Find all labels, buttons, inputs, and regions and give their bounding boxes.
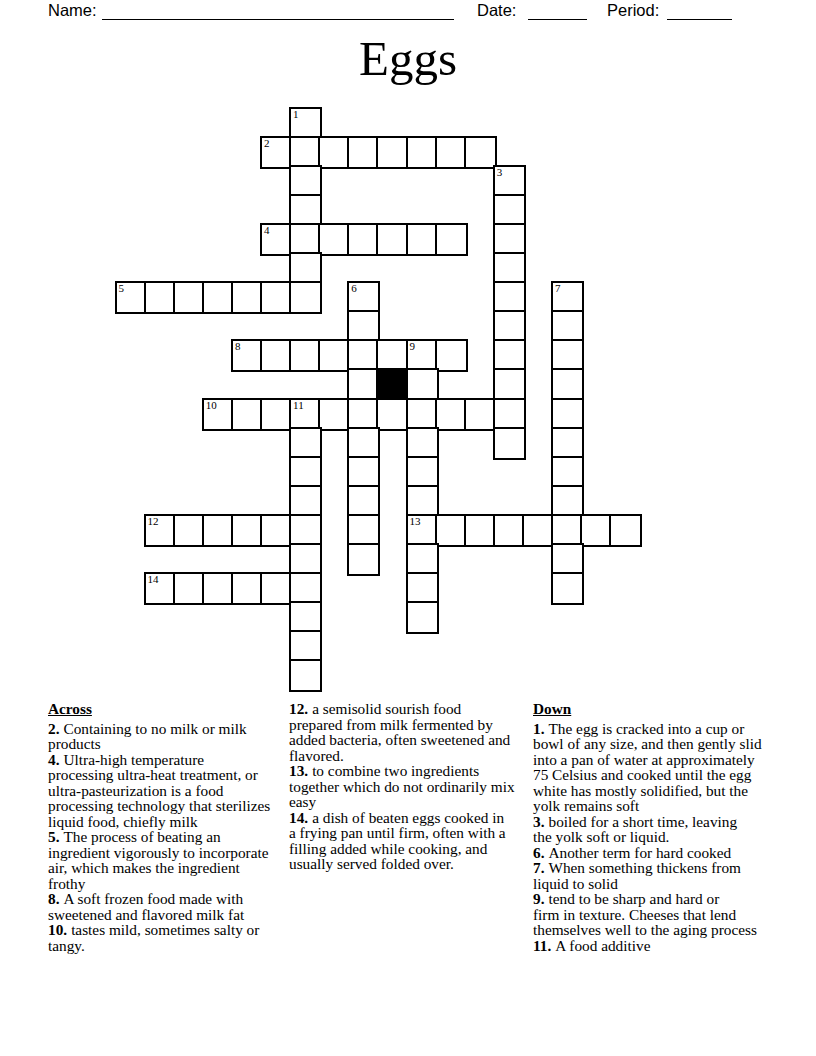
date-blank-line [528,3,587,20]
across-clues-list-2: 12.a semisolid sourish food prepared fro… [289,701,515,872]
across-clues-column-2: 12.a semisolid sourish food prepared fro… [289,701,515,872]
cell-number: 8 [235,341,241,352]
grid-cell[interactable] [289,659,322,692]
clue-number: 7. [533,859,544,876]
name-label: Name: [48,0,97,20]
clue-text: boiled for a short time, leaving the yol… [533,813,737,846]
cell-number: 2 [264,138,270,149]
clue-text: tend to be sharp and hard or firm in tex… [533,890,757,938]
cell-number: 7 [555,283,561,294]
date-label: Date: [477,0,516,20]
clue-text: tastes mild, sometimes salty or tangy. [48,921,259,954]
clue-number: 11. [533,937,551,954]
clue-text: Ultra-high temperature processing ultra-… [48,751,270,830]
clue-2: 2.Containing to no milk or milk products [48,721,270,752]
grid-cell[interactable] [289,281,322,314]
down-clues-list: 1.The egg is cracked into a cup or bowl … [533,721,762,954]
clue-7: 7.When something thickens from liquid to… [533,860,762,891]
cell-number: 12 [148,516,159,527]
clue-1: 1.The egg is cracked into a cup or bowl … [533,721,762,814]
clue-text: When something thickens from liquid to s… [533,859,741,892]
period-blank-line [667,3,732,20]
grid-cell[interactable] [609,514,642,547]
worksheet-page: Name: Date: Period: Eggs 123456789101112… [0,0,816,1056]
clue-5: 5.The process of beating an ingredient v… [48,829,270,891]
clue-number: 14. [289,809,308,826]
cell-number: 11 [293,400,304,411]
across-heading: Across [48,701,270,717]
clue-number: 4. [48,751,59,768]
clue-number: 9. [533,890,544,907]
cell-number: 6 [351,283,357,294]
clue-3: 3.boiled for a short time, leaving the y… [533,814,762,845]
clue-number: 1. [533,720,544,737]
clue-number: 13. [289,762,308,779]
grid-cell[interactable] [406,601,439,634]
clue-text: to combine two ingredients together whic… [289,762,515,810]
clue-11: 11.A food additive [533,938,762,954]
across-clues-column: Across 2.Containing to no milk or milk p… [48,701,270,953]
down-clues-column: Down 1.The egg is cracked into a cup or … [533,701,762,953]
clue-number: 10. [48,921,67,938]
clue-9: 9.tend to be sharp and hard or firm in t… [533,891,762,938]
clue-text: A soft frozen food made with sweetened a… [48,890,244,923]
grid-cell[interactable] [551,572,584,605]
name-blank-line [102,3,454,20]
grid-cell[interactable] [493,427,526,460]
cell-number: 4 [264,225,270,236]
clue-text: Another term for hard cooked [548,844,731,861]
cell-number: 1 [293,109,299,120]
clue-13: 13.to combine two ingredients together w… [289,763,515,810]
clue-text: a semisolid sourish food prepared from m… [289,700,510,764]
grid-cell[interactable] [435,339,468,372]
clue-number: 6. [533,844,544,861]
clue-6: 6.Another term for hard cooked [533,845,762,861]
puzzle-title: Eggs [0,30,816,88]
clue-4: 4.Ultra-high temperature processing ultr… [48,752,270,830]
clue-number: 2. [48,720,59,737]
cell-number: 9 [410,341,416,352]
cell-number: 14 [148,574,159,585]
cell-number: 10 [206,400,217,411]
clue-text: The process of beating an ingredient vig… [48,828,268,892]
clue-text: The egg is cracked into a cup or bowl of… [533,720,762,815]
grid-cell[interactable] [435,223,468,256]
grid-cell[interactable] [347,543,380,576]
clue-14: 14.a dish of beaten eggs cooked in a fry… [289,810,515,872]
cell-number: 13 [410,516,421,527]
clue-number: 5. [48,828,59,845]
clue-number: 3. [533,813,544,830]
cell-number: 3 [497,167,503,178]
clue-number: 8. [48,890,59,907]
down-heading: Down [533,701,762,717]
clue-8: 8.A soft frozen food made with sweetened… [48,891,270,922]
clue-text: a dish of beaten eggs cooked in a frying… [289,809,506,873]
clue-text: A food additive [555,937,650,954]
cell-number: 5 [119,283,125,294]
across-clues-list-1: 2.Containing to no milk or milk products… [48,721,270,954]
clue-number: 12. [289,700,308,717]
clue-12: 12.a semisolid sourish food prepared fro… [289,701,515,763]
clue-10: 10.tastes mild, sometimes salty or tangy… [48,922,270,953]
period-label: Period: [607,0,659,20]
clue-text: Containing to no milk or milk products [48,720,247,753]
crossword-grid: 1234567891011121314 [117,109,641,691]
